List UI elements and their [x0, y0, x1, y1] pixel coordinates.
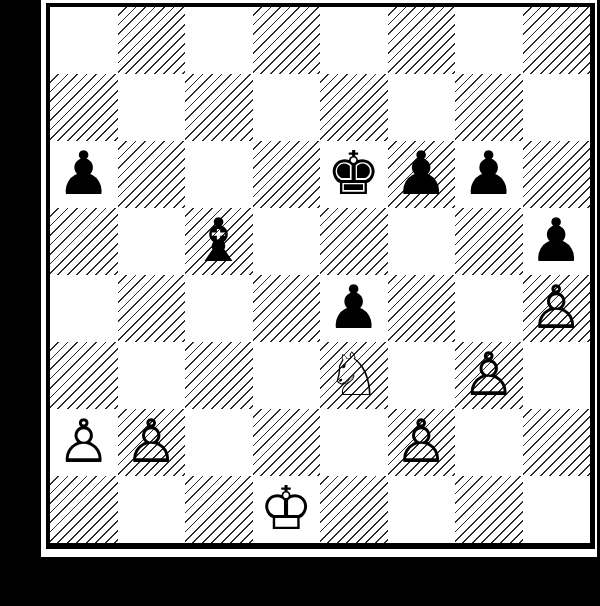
- square-d8[interactable]: [253, 7, 321, 74]
- square-b1[interactable]: [118, 476, 186, 543]
- piece-white-knight[interactable]: ♘: [327, 342, 381, 408]
- square-a8[interactable]: [50, 7, 118, 74]
- square-f5[interactable]: [388, 208, 456, 275]
- piece-black-pawn[interactable]: ♟: [327, 275, 381, 341]
- square-c3[interactable]: [185, 342, 253, 409]
- square-g7[interactable]: [455, 74, 523, 141]
- piece-white-pawn[interactable]: ♙: [394, 409, 448, 475]
- square-a2[interactable]: ♙: [50, 409, 118, 476]
- square-a4[interactable]: [50, 275, 118, 342]
- piece-black-bishop[interactable]: ♝: [192, 208, 246, 274]
- square-c7[interactable]: [185, 74, 253, 141]
- square-e6[interactable]: ♚: [320, 141, 388, 208]
- square-h1[interactable]: [523, 476, 591, 543]
- piece-black-pawn[interactable]: ♟: [462, 141, 516, 207]
- square-a5[interactable]: [50, 208, 118, 275]
- square-b3[interactable]: [118, 342, 186, 409]
- square-d4[interactable]: [253, 275, 321, 342]
- square-f8[interactable]: [388, 7, 456, 74]
- square-e3[interactable]: ♘: [320, 342, 388, 409]
- square-e5[interactable]: [320, 208, 388, 275]
- board-frame: ♟♚♟♟♝♟♟♙♘♙♙♙♙♔: [46, 3, 595, 549]
- square-d6[interactable]: [253, 141, 321, 208]
- square-h7[interactable]: [523, 74, 591, 141]
- square-c2[interactable]: [185, 409, 253, 476]
- square-c4[interactable]: [185, 275, 253, 342]
- piece-white-pawn[interactable]: ♙: [529, 275, 583, 341]
- square-h5[interactable]: ♟: [523, 208, 591, 275]
- square-a7[interactable]: [50, 74, 118, 141]
- square-d3[interactable]: [253, 342, 321, 409]
- square-c5[interactable]: ♝: [185, 208, 253, 275]
- square-c8[interactable]: [185, 7, 253, 74]
- square-d2[interactable]: [253, 409, 321, 476]
- chess-board-grid: ♟♚♟♟♝♟♟♙♘♙♙♙♙♔: [50, 7, 590, 543]
- square-g8[interactable]: [455, 7, 523, 74]
- square-b7[interactable]: [118, 74, 186, 141]
- square-g6[interactable]: ♟: [455, 141, 523, 208]
- chess-diagram: ♟♚♟♟♝♟♟♙♘♙♙♙♙♔: [41, 0, 597, 557]
- piece-white-pawn[interactable]: ♙: [462, 342, 516, 408]
- square-b6[interactable]: [118, 141, 186, 208]
- square-c1[interactable]: [185, 476, 253, 543]
- square-a1[interactable]: [50, 476, 118, 543]
- square-g4[interactable]: [455, 275, 523, 342]
- square-b4[interactable]: [118, 275, 186, 342]
- square-c6[interactable]: [185, 141, 253, 208]
- square-f1[interactable]: [388, 476, 456, 543]
- square-f4[interactable]: [388, 275, 456, 342]
- square-e8[interactable]: [320, 7, 388, 74]
- square-h6[interactable]: [523, 141, 591, 208]
- square-e7[interactable]: [320, 74, 388, 141]
- square-d5[interactable]: [253, 208, 321, 275]
- square-g1[interactable]: [455, 476, 523, 543]
- square-f2[interactable]: ♙: [388, 409, 456, 476]
- piece-white-pawn[interactable]: ♙: [124, 409, 178, 475]
- square-e4[interactable]: ♟: [320, 275, 388, 342]
- square-g3[interactable]: ♙: [455, 342, 523, 409]
- square-b8[interactable]: [118, 7, 186, 74]
- square-f7[interactable]: [388, 74, 456, 141]
- square-h8[interactable]: [523, 7, 591, 74]
- square-b2[interactable]: ♙: [118, 409, 186, 476]
- square-g5[interactable]: [455, 208, 523, 275]
- square-h3[interactable]: [523, 342, 591, 409]
- square-a3[interactable]: [50, 342, 118, 409]
- piece-black-pawn[interactable]: ♟: [394, 141, 448, 207]
- piece-white-king[interactable]: ♔: [259, 476, 313, 542]
- page-background: ♟♚♟♟♝♟♟♙♘♙♙♙♙♔: [0, 0, 600, 606]
- piece-black-pawn[interactable]: ♟: [57, 141, 111, 207]
- square-h4[interactable]: ♙: [523, 275, 591, 342]
- square-d1[interactable]: ♔: [253, 476, 321, 543]
- square-a6[interactable]: ♟: [50, 141, 118, 208]
- square-f3[interactable]: [388, 342, 456, 409]
- square-e1[interactable]: [320, 476, 388, 543]
- square-h2[interactable]: [523, 409, 591, 476]
- square-b5[interactable]: [118, 208, 186, 275]
- square-f6[interactable]: ♟: [388, 141, 456, 208]
- piece-black-king[interactable]: ♚: [327, 141, 381, 207]
- piece-white-pawn[interactable]: ♙: [57, 409, 111, 475]
- square-d7[interactable]: [253, 74, 321, 141]
- square-e2[interactable]: [320, 409, 388, 476]
- square-g2[interactable]: [455, 409, 523, 476]
- piece-black-pawn[interactable]: ♟: [529, 208, 583, 274]
